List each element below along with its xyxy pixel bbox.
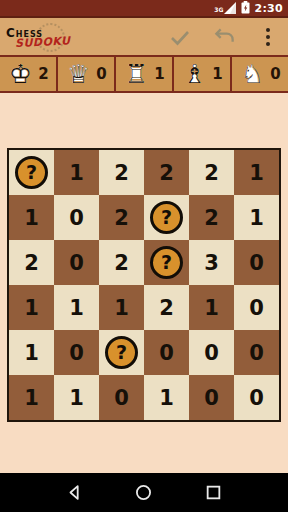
content-area: ?12221102?21202?3011121010?000110100 <box>0 93 288 473</box>
cell-r1c4[interactable]: 2 <box>144 150 189 195</box>
cell-r3c1[interactable]: 2 <box>9 240 54 285</box>
hidden-piece-marker[interactable]: ? <box>15 156 48 189</box>
network-type-label: 3G <box>214 7 223 13</box>
status-bar: 3G 2:30 <box>0 0 288 18</box>
attack-count: 1 <box>24 296 39 320</box>
cell-r4c6[interactable]: 0 <box>234 285 279 330</box>
attack-count: 1 <box>24 206 39 230</box>
battery-charging-icon <box>241 0 250 18</box>
attack-count: 0 <box>249 296 264 320</box>
cell-r1c6[interactable]: 1 <box>234 150 279 195</box>
hidden-piece-marker[interactable]: ? <box>150 246 183 279</box>
cell-r1c2[interactable]: 1 <box>54 150 99 195</box>
tray-cell-queen[interactable]: ♛♕0 <box>58 57 116 91</box>
cell-r4c3[interactable]: 1 <box>99 285 144 330</box>
king-icon: ♚♔ <box>7 60 33 89</box>
cell-r3c3[interactable]: 2 <box>99 240 144 285</box>
attack-count: 0 <box>69 251 84 275</box>
app-bar: Chess Sudoku <box>0 18 288 55</box>
recents-button[interactable] <box>197 477 229 509</box>
cell-r1c5[interactable]: 2 <box>189 150 234 195</box>
cell-r6c2[interactable]: 1 <box>54 375 99 420</box>
cell-r6c3[interactable]: 0 <box>99 375 144 420</box>
attack-count: 1 <box>204 296 219 320</box>
queen-count: 0 <box>96 65 106 83</box>
cell-r2c6[interactable]: 1 <box>234 195 279 240</box>
rook-icon: ♜♖ <box>123 60 149 89</box>
knight-count: 0 <box>270 65 280 83</box>
attack-count: 1 <box>24 386 39 410</box>
back-button[interactable] <box>59 477 91 509</box>
attack-count: 1 <box>159 386 174 410</box>
cell-r3c2[interactable]: 0 <box>54 240 99 285</box>
cell-r2c2[interactable]: 0 <box>54 195 99 240</box>
attack-count: 0 <box>204 386 219 410</box>
cell-r4c4[interactable]: 2 <box>144 285 189 330</box>
cell-r6c1[interactable]: 1 <box>9 375 54 420</box>
attack-count: 1 <box>69 386 84 410</box>
clock: 2:30 <box>254 2 283 15</box>
home-button[interactable] <box>128 477 160 509</box>
attack-count: 2 <box>159 161 174 185</box>
tray-cell-knight[interactable]: ♞♘0 <box>232 57 288 91</box>
app-title-sudoku: Sudoku <box>15 33 96 48</box>
attack-count: 0 <box>69 206 84 230</box>
attack-count: 2 <box>114 206 129 230</box>
cell-r4c5[interactable]: 1 <box>189 285 234 330</box>
queen-icon: ♛♕ <box>65 60 91 89</box>
tray-cell-king[interactable]: ♚♔2 <box>0 57 58 91</box>
hidden-piece-marker[interactable]: ? <box>150 201 183 234</box>
attack-count: 2 <box>114 161 129 185</box>
cell-r1c1[interactable]: ? <box>9 150 54 195</box>
knight-icon: ♞♘ <box>239 60 265 89</box>
confirm-check-button[interactable] <box>168 25 192 49</box>
attack-count: 2 <box>114 251 129 275</box>
king-count: 2 <box>38 65 48 83</box>
cell-r6c4[interactable]: 1 <box>144 375 189 420</box>
bishop-count: 1 <box>212 65 222 83</box>
cell-r2c3[interactable]: 2 <box>99 195 144 240</box>
cell-r5c4[interactable]: 0 <box>144 330 189 375</box>
overflow-dots-icon <box>261 28 275 46</box>
attack-count: 1 <box>249 206 264 230</box>
attack-count: 0 <box>159 341 174 365</box>
cell-r2c1[interactable]: 1 <box>9 195 54 240</box>
board: ?12221102?21202?3011121010?000110100 <box>7 148 281 422</box>
attack-count: 2 <box>24 251 39 275</box>
rook-count: 1 <box>154 65 164 83</box>
cell-r3c6[interactable]: 0 <box>234 240 279 285</box>
cell-r5c3[interactable]: ? <box>99 330 144 375</box>
cell-r6c5[interactable]: 0 <box>189 375 234 420</box>
attack-count: 0 <box>69 341 84 365</box>
android-nav-bar <box>0 473 288 512</box>
cell-r6c6[interactable]: 0 <box>234 375 279 420</box>
cell-r4c1[interactable]: 1 <box>9 285 54 330</box>
network-indicator: 3G <box>214 0 237 18</box>
cell-r5c2[interactable]: 0 <box>54 330 99 375</box>
attack-count: 0 <box>114 386 129 410</box>
piece-tray: ♚♔2♛♕0♜♖1♝♗1♞♘0 <box>0 55 288 93</box>
cell-r3c4[interactable]: ? <box>144 240 189 285</box>
attack-count: 1 <box>249 161 264 185</box>
attack-count: 0 <box>204 341 219 365</box>
attack-count: 1 <box>69 161 84 185</box>
tray-cell-rook[interactable]: ♜♖1 <box>116 57 174 91</box>
cell-r3c5[interactable]: 3 <box>189 240 234 285</box>
bishop-icon: ♝♗ <box>181 60 207 89</box>
attack-count: 0 <box>249 386 264 410</box>
cell-r1c3[interactable]: 2 <box>99 150 144 195</box>
cell-r5c6[interactable]: 0 <box>234 330 279 375</box>
signal-icon <box>224 0 237 18</box>
cell-r5c5[interactable]: 0 <box>189 330 234 375</box>
attack-count: 2 <box>204 206 219 230</box>
tray-cell-bishop[interactable]: ♝♗1 <box>174 57 232 91</box>
hidden-piece-marker[interactable]: ? <box>105 336 138 369</box>
cell-r5c1[interactable]: 1 <box>9 330 54 375</box>
app-bar-actions <box>168 25 282 49</box>
attack-count: 3 <box>204 251 219 275</box>
phone-screen: 3G 2:30 Chess Sudoku ♚♔2 <box>0 0 288 512</box>
overflow-menu-button[interactable] <box>256 25 280 49</box>
attack-count: 1 <box>69 296 84 320</box>
undo-button[interactable] <box>212 25 236 49</box>
app-logo: Chess Sudoku <box>6 27 96 47</box>
cell-r2c4[interactable]: ? <box>144 195 189 240</box>
attack-count: 0 <box>249 341 264 365</box>
cell-r4c2[interactable]: 1 <box>54 285 99 330</box>
cell-r2c5[interactable]: 2 <box>189 195 234 240</box>
attack-count: 1 <box>24 341 39 365</box>
attack-count: 1 <box>114 296 129 320</box>
attack-count: 2 <box>159 296 174 320</box>
attack-count: 2 <box>204 161 219 185</box>
attack-count: 0 <box>249 251 264 275</box>
